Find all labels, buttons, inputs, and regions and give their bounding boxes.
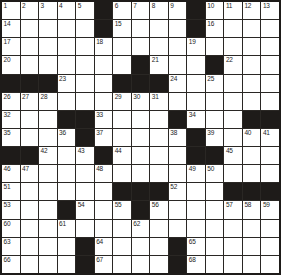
cell-r10c5[interactable] <box>76 165 94 182</box>
cell-number: 12 <box>244 2 251 10</box>
cell-r8c13[interactable] <box>224 129 242 146</box>
cell-number: 65 <box>189 238 196 246</box>
black-cell <box>169 111 187 128</box>
black-cell <box>2 75 20 92</box>
cell-r14c14[interactable] <box>243 238 261 255</box>
cell-number: 30 <box>133 93 140 101</box>
cell-r11c12[interactable] <box>206 183 224 200</box>
cell-r7c12[interactable] <box>206 111 224 128</box>
cell-number: 28 <box>41 93 48 101</box>
cell-r4c4[interactable] <box>58 56 76 73</box>
cell-r13c10[interactable] <box>169 220 187 237</box>
cell-number: 67 <box>96 256 103 264</box>
cell-r12c6[interactable] <box>95 201 113 218</box>
cell-r6c14[interactable] <box>243 93 261 110</box>
cell-r3c10[interactable] <box>169 38 187 55</box>
cell-number: 16 <box>207 20 214 28</box>
cell-number: 57 <box>226 201 233 209</box>
cell-r8c9[interactable] <box>150 129 168 146</box>
cell-r5c14[interactable] <box>243 75 261 92</box>
black-cell <box>206 56 224 73</box>
cell-number: 18 <box>96 38 103 46</box>
cell-r13c14[interactable] <box>243 220 261 237</box>
cell-r13c9[interactable] <box>150 220 168 237</box>
cell-number: 15 <box>115 20 122 28</box>
cell-number: 26 <box>4 93 11 101</box>
cell-number: 63 <box>4 238 11 246</box>
cell-number: 62 <box>133 220 140 228</box>
cell-number: 45 <box>226 147 233 155</box>
cell-number: 34 <box>189 111 196 119</box>
cell-number: 14 <box>4 20 11 28</box>
cell-r15c7[interactable] <box>113 256 131 273</box>
cell-number: 22 <box>226 56 233 64</box>
cell-r10c15[interactable] <box>261 165 279 182</box>
cell-r12c2[interactable] <box>21 201 39 218</box>
cell-r13c11[interactable] <box>187 220 205 237</box>
crossword-board: 1234567891011121314151617181920212223242… <box>0 0 281 275</box>
cell-r10c10[interactable] <box>169 165 187 182</box>
cell-number: 17 <box>4 38 11 46</box>
cell-r14c13[interactable] <box>224 238 242 255</box>
black-cell <box>169 238 187 255</box>
cell-number: 55 <box>115 201 122 209</box>
cell-r8c7[interactable] <box>113 129 131 146</box>
cell-r2c3[interactable] <box>39 20 57 37</box>
cell-r3c4[interactable] <box>58 38 76 55</box>
cell-r15c3[interactable] <box>39 256 57 273</box>
cell-r14c6[interactable]: 64 <box>95 238 113 255</box>
cell-number: 58 <box>244 201 251 209</box>
cell-r15c12[interactable] <box>206 256 224 273</box>
cell-r3c14[interactable] <box>243 38 261 55</box>
cell-r11c6[interactable] <box>95 183 113 200</box>
black-cell <box>76 111 94 128</box>
cell-r7c13[interactable] <box>224 111 242 128</box>
cell-number: 52 <box>170 183 177 191</box>
cell-r4c7[interactable] <box>113 56 131 73</box>
cell-r6c2[interactable]: 27 <box>21 93 39 110</box>
cell-r2c4[interactable] <box>58 20 76 37</box>
cell-number: 49 <box>189 165 196 173</box>
black-cell <box>187 129 205 146</box>
cell-number: 54 <box>78 201 85 209</box>
cell-r14c15[interactable] <box>261 238 279 255</box>
black-cell <box>150 183 168 200</box>
cell-number: 48 <box>96 165 103 173</box>
cell-r2c7[interactable]: 15 <box>113 20 131 37</box>
cell-number: 56 <box>152 201 159 209</box>
black-cell <box>95 2 113 19</box>
cell-r6c12[interactable] <box>206 93 224 110</box>
cell-number: 47 <box>22 165 29 173</box>
cell-r5c5[interactable] <box>76 75 94 92</box>
cell-r8c2[interactable] <box>21 129 39 146</box>
cell-number: 19 <box>189 38 196 46</box>
cell-r4c3[interactable] <box>39 56 57 73</box>
cell-r14c3[interactable] <box>39 238 57 255</box>
cell-r10c11[interactable]: 49 <box>187 165 205 182</box>
black-cell <box>2 147 20 164</box>
cell-r10c1[interactable]: 46 <box>2 165 20 182</box>
crossword-grid: 1234567891011121314151617181920212223242… <box>0 0 281 275</box>
cell-number: 24 <box>170 75 177 83</box>
cell-r3c5[interactable] <box>76 38 94 55</box>
cell-r5c4[interactable]: 23 <box>58 75 76 92</box>
cell-r6c5[interactable] <box>76 93 94 110</box>
cell-r3c11[interactable]: 19 <box>187 38 205 55</box>
black-cell <box>150 75 168 92</box>
cell-r1c2[interactable]: 2 <box>21 2 39 19</box>
black-cell <box>224 183 242 200</box>
cell-number: 5 <box>78 2 81 10</box>
cell-r13c3[interactable] <box>39 220 57 237</box>
cell-r3c12[interactable] <box>206 38 224 55</box>
cell-r6c15[interactable] <box>261 93 279 110</box>
black-cell <box>261 183 279 200</box>
black-cell <box>243 183 261 200</box>
cell-r12c12[interactable] <box>206 201 224 218</box>
cell-r12c1[interactable]: 53 <box>2 201 20 218</box>
black-cell <box>76 129 94 146</box>
cell-r1c1[interactable]: 1 <box>2 2 20 19</box>
black-cell <box>21 147 39 164</box>
cell-r3c3[interactable] <box>39 38 57 55</box>
cell-r14c8[interactable] <box>132 238 150 255</box>
cell-r1c12[interactable]: 10 <box>206 2 224 19</box>
cell-r7c1[interactable]: 32 <box>2 111 20 128</box>
cell-r9c9[interactable] <box>150 147 168 164</box>
cell-number: 10 <box>207 2 214 10</box>
cell-r15c9[interactable] <box>150 256 168 273</box>
cell-r3c1[interactable]: 17 <box>2 38 20 55</box>
cell-r10c9[interactable] <box>150 165 168 182</box>
cell-r15c11[interactable]: 68 <box>187 256 205 273</box>
cell-r12c3[interactable] <box>39 201 57 218</box>
cell-r11c5[interactable] <box>76 183 94 200</box>
cell-number: 60 <box>4 220 11 228</box>
cell-r14c7[interactable] <box>113 238 131 255</box>
cell-r1c13[interactable]: 11 <box>224 2 242 19</box>
cell-r15c1[interactable]: 66 <box>2 256 20 273</box>
cell-r1c8[interactable]: 7 <box>132 2 150 19</box>
cell-r9c15[interactable] <box>261 147 279 164</box>
cell-r9c3[interactable]: 42 <box>39 147 57 164</box>
cell-r2c9[interactable] <box>150 20 168 37</box>
cell-number: 43 <box>78 147 85 155</box>
black-cell <box>95 147 113 164</box>
cell-r5c15[interactable] <box>261 75 279 92</box>
cell-number: 40 <box>244 129 251 137</box>
black-cell <box>113 75 131 92</box>
cell-r10c3[interactable] <box>39 165 57 182</box>
cell-r7c7[interactable] <box>113 111 131 128</box>
cell-r5c10[interactable]: 24 <box>169 75 187 92</box>
cell-r6c11[interactable] <box>187 93 205 110</box>
cell-number: 4 <box>59 2 62 10</box>
cell-r11c1[interactable]: 51 <box>2 183 20 200</box>
cell-r1c4[interactable]: 4 <box>58 2 76 19</box>
cell-r12c14[interactable]: 58 <box>243 201 261 218</box>
cell-r6c7[interactable]: 29 <box>113 93 131 110</box>
cell-r3c15[interactable] <box>261 38 279 55</box>
cell-r1c9[interactable]: 8 <box>150 2 168 19</box>
cell-r2c13[interactable] <box>224 20 242 37</box>
cell-r3c2[interactable] <box>21 38 39 55</box>
cell-r13c15[interactable] <box>261 220 279 237</box>
cell-r8c12[interactable]: 39 <box>206 129 224 146</box>
cell-r9c10[interactable] <box>169 147 187 164</box>
cell-r13c12[interactable] <box>206 220 224 237</box>
cell-r4c10[interactable] <box>169 56 187 73</box>
cell-r4c15[interactable] <box>261 56 279 73</box>
cell-r8c10[interactable]: 38 <box>169 129 187 146</box>
cell-r10c14[interactable] <box>243 165 261 182</box>
cell-number: 61 <box>59 220 66 228</box>
black-cell <box>132 183 150 200</box>
cell-number: 39 <box>207 129 214 137</box>
cell-r6c10[interactable] <box>169 93 187 110</box>
black-cell <box>206 147 224 164</box>
cell-r11c2[interactable] <box>21 183 39 200</box>
cell-r13c7[interactable] <box>113 220 131 237</box>
cell-r10c6[interactable]: 48 <box>95 165 113 182</box>
cell-r3c7[interactable] <box>113 38 131 55</box>
cell-r4c11[interactable] <box>187 56 205 73</box>
cell-r6c13[interactable] <box>224 93 242 110</box>
cell-r15c13[interactable] <box>224 256 242 273</box>
cell-r14c4[interactable] <box>58 238 76 255</box>
cell-r4c6[interactable] <box>95 56 113 73</box>
cell-r6c4[interactable] <box>58 93 76 110</box>
cell-r7c3[interactable] <box>39 111 57 128</box>
cell-number: 44 <box>115 147 122 155</box>
cell-r13c13[interactable] <box>224 220 242 237</box>
cell-r9c7[interactable]: 44 <box>113 147 131 164</box>
cell-r13c2[interactable] <box>21 220 39 237</box>
cell-number: 35 <box>4 129 11 137</box>
black-cell <box>113 183 131 200</box>
cell-r7c6[interactable]: 33 <box>95 111 113 128</box>
cell-r5c6[interactable] <box>95 75 113 92</box>
cell-r12c15[interactable]: 59 <box>261 201 279 218</box>
cell-r13c6[interactable] <box>95 220 113 237</box>
cell-r8c1[interactable]: 35 <box>2 129 20 146</box>
black-cell <box>169 256 187 273</box>
cell-r1c5[interactable]: 5 <box>76 2 94 19</box>
cell-number: 33 <box>96 111 103 119</box>
cell-r4c1[interactable]: 20 <box>2 56 20 73</box>
black-cell <box>76 256 94 273</box>
cell-r8c15[interactable]: 41 <box>261 129 279 146</box>
cell-number: 23 <box>59 75 66 83</box>
cell-r7c9[interactable] <box>150 111 168 128</box>
black-cell <box>95 20 113 37</box>
cell-r15c6[interactable]: 67 <box>95 256 113 273</box>
cell-r15c14[interactable] <box>243 256 261 273</box>
cell-r14c9[interactable] <box>150 238 168 255</box>
cell-r3c13[interactable] <box>224 38 242 55</box>
cell-number: 64 <box>96 238 103 246</box>
cell-number: 7 <box>133 2 136 10</box>
cell-r8c14[interactable]: 40 <box>243 129 261 146</box>
cell-r7c11[interactable]: 34 <box>187 111 205 128</box>
cell-r10c8[interactable] <box>132 165 150 182</box>
cell-r11c11[interactable] <box>187 183 205 200</box>
cell-r11c10[interactable]: 52 <box>169 183 187 200</box>
black-cell <box>132 75 150 92</box>
cell-r1c14[interactable]: 12 <box>243 2 261 19</box>
cell-number: 2 <box>22 2 25 10</box>
cell-r6c9[interactable]: 31 <box>150 93 168 110</box>
cell-number: 31 <box>152 93 159 101</box>
black-cell <box>261 111 279 128</box>
cell-r10c12[interactable]: 50 <box>206 165 224 182</box>
cell-number: 66 <box>4 256 11 264</box>
cell-r8c6[interactable]: 37 <box>95 129 113 146</box>
black-cell <box>187 2 205 19</box>
black-cell <box>58 111 76 128</box>
cell-number: 46 <box>4 165 11 173</box>
cell-r6c1[interactable]: 26 <box>2 93 20 110</box>
black-cell <box>39 75 57 92</box>
cell-number: 53 <box>4 201 11 209</box>
cell-r15c2[interactable] <box>21 256 39 273</box>
cell-number: 38 <box>170 129 177 137</box>
cell-r13c5[interactable] <box>76 220 94 237</box>
black-cell <box>132 56 150 73</box>
cell-r5c11[interactable] <box>187 75 205 92</box>
cell-number: 13 <box>263 2 270 10</box>
cell-r3c6[interactable]: 18 <box>95 38 113 55</box>
cell-r15c15[interactable] <box>261 256 279 273</box>
cell-number: 27 <box>22 93 29 101</box>
cell-r10c4[interactable] <box>58 165 76 182</box>
cell-r13c8[interactable]: 62 <box>132 220 150 237</box>
cell-r2c15[interactable] <box>261 20 279 37</box>
cell-r4c14[interactable] <box>243 56 261 73</box>
cell-r14c11[interactable]: 65 <box>187 238 205 255</box>
cell-number: 1 <box>4 2 7 10</box>
cell-r12c11[interactable] <box>187 201 205 218</box>
cell-r4c5[interactable] <box>76 56 94 73</box>
cell-number: 21 <box>152 56 159 64</box>
cell-r7c2[interactable] <box>21 111 39 128</box>
black-cell <box>58 201 76 218</box>
cell-r2c14[interactable] <box>243 20 261 37</box>
cell-r6c3[interactable]: 28 <box>39 93 57 110</box>
cell-r15c8[interactable] <box>132 256 150 273</box>
cell-r14c2[interactable] <box>21 238 39 255</box>
cell-r11c3[interactable] <box>39 183 57 200</box>
cell-number: 3 <box>41 2 44 10</box>
cell-r3c9[interactable] <box>150 38 168 55</box>
cell-r10c2[interactable]: 47 <box>21 165 39 182</box>
cell-r2c8[interactable] <box>132 20 150 37</box>
cell-number: 6 <box>115 2 118 10</box>
cell-number: 25 <box>207 75 214 83</box>
cell-r14c12[interactable] <box>206 238 224 255</box>
cell-r6c6[interactable] <box>95 93 113 110</box>
cell-r7c8[interactable] <box>132 111 150 128</box>
cell-r1c15[interactable]: 13 <box>261 2 279 19</box>
black-cell <box>243 111 261 128</box>
cell-number: 41 <box>263 129 270 137</box>
cell-number: 20 <box>4 56 11 64</box>
cell-r13c1[interactable]: 60 <box>2 220 20 237</box>
cell-r6c8[interactable]: 30 <box>132 93 150 110</box>
cell-number: 37 <box>96 129 103 137</box>
black-cell <box>187 20 205 37</box>
cell-r12c9[interactable]: 56 <box>150 201 168 218</box>
cell-number: 50 <box>207 165 214 173</box>
cell-r13c4[interactable]: 61 <box>58 220 76 237</box>
cell-r2c5[interactable] <box>76 20 94 37</box>
cell-number: 42 <box>41 147 48 155</box>
cell-r12c13[interactable]: 57 <box>224 201 242 218</box>
cell-number: 8 <box>152 2 155 10</box>
cell-number: 51 <box>4 183 11 191</box>
cell-r2c2[interactable] <box>21 20 39 37</box>
cell-r3c8[interactable] <box>132 38 150 55</box>
cell-r14c1[interactable]: 63 <box>2 238 20 255</box>
black-cell <box>76 238 94 255</box>
cell-r1c10[interactable]: 9 <box>169 2 187 19</box>
cell-number: 59 <box>263 201 270 209</box>
cell-r9c4[interactable] <box>58 147 76 164</box>
black-cell <box>21 75 39 92</box>
cell-number: 29 <box>115 93 122 101</box>
cell-r2c10[interactable] <box>169 20 187 37</box>
cell-r9c13[interactable]: 45 <box>224 147 242 164</box>
cell-r1c3[interactable]: 3 <box>39 2 57 19</box>
cell-r2c1[interactable]: 14 <box>2 20 20 37</box>
cell-r15c4[interactable] <box>58 256 76 273</box>
cell-number: 36 <box>59 129 66 137</box>
cell-number: 9 <box>170 2 173 10</box>
cell-r9c8[interactable] <box>132 147 150 164</box>
black-cell <box>132 201 150 218</box>
cell-number: 68 <box>189 256 196 264</box>
cell-r5c13[interactable] <box>224 75 242 92</box>
cell-r4c13[interactable]: 22 <box>224 56 242 73</box>
cell-r12c5[interactable]: 54 <box>76 201 94 218</box>
cell-r10c13[interactable] <box>224 165 242 182</box>
cell-r8c8[interactable] <box>132 129 150 146</box>
cell-r8c4[interactable]: 36 <box>58 129 76 146</box>
cell-r10c7[interactable] <box>113 165 131 182</box>
cell-r4c2[interactable] <box>21 56 39 73</box>
cell-r11c4[interactable] <box>58 183 76 200</box>
cell-r9c5[interactable]: 43 <box>76 147 94 164</box>
cell-number: 11 <box>226 2 232 10</box>
cell-number: 32 <box>4 111 11 119</box>
cell-r8c3[interactable] <box>39 129 57 146</box>
cell-r1c7[interactable]: 6 <box>113 2 131 19</box>
cell-r12c7[interactable]: 55 <box>113 201 131 218</box>
black-cell <box>187 147 205 164</box>
cell-r5c12[interactable]: 25 <box>206 75 224 92</box>
cell-r12c10[interactable] <box>169 201 187 218</box>
cell-r4c9[interactable]: 21 <box>150 56 168 73</box>
cell-r9c14[interactable] <box>243 147 261 164</box>
cell-r2c12[interactable]: 16 <box>206 20 224 37</box>
